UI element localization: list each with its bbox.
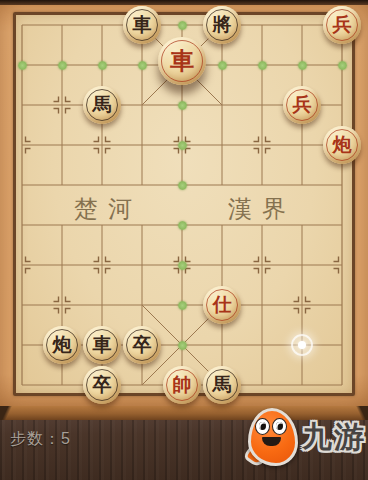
piece-black-cannon[interactable]: 炮 [43,326,81,364]
piece-black-general[interactable]: 將 [203,6,241,44]
piece-black-horse[interactable]: 馬 [83,86,121,124]
move-hint-dot[interactable] [258,61,267,70]
move-hint-dot[interactable] [178,221,187,230]
move-hint-dot[interactable] [178,301,187,310]
river-label-right: 漢界 [202,193,322,225]
move-hint-dot[interactable] [338,61,347,70]
touch-sparkle-effect [291,334,313,356]
move-hint-dot[interactable] [18,61,27,70]
move-hint-dot[interactable] [298,61,307,70]
app-screen: 楚河 漢界 步数：5 九游 車將兵車馬兵炮仕炮車卒卒帥馬 [0,0,368,480]
river-label-left: 楚河 [48,193,168,225]
move-counter-value: 5 [61,430,71,447]
piece-black-horse[interactable]: 馬 [203,366,241,404]
piece-black-chariot[interactable]: 車 [123,6,161,44]
piece-red-chariot[interactable]: 車 [158,37,206,85]
piece-red-general[interactable]: 帥 [163,366,201,404]
move-hint-dot[interactable] [178,21,187,30]
move-counter-separator: ： [44,430,61,447]
piece-black-soldier[interactable]: 卒 [123,326,161,364]
piece-black-soldier[interactable]: 卒 [83,366,121,404]
mascot-eye-right [272,418,287,435]
piece-red-soldier[interactable]: 兵 [283,86,321,124]
move-hint-dot[interactable] [178,101,187,110]
jiuyou-mascot-icon [248,408,298,466]
move-hint-dot[interactable] [98,61,107,70]
piece-red-advisor[interactable]: 仕 [203,286,241,324]
mascot-eye-left [255,418,270,435]
move-hint-dot[interactable] [138,61,147,70]
move-hint-dot[interactable] [178,141,187,150]
mascot-mouth [262,437,281,446]
move-hint-dot[interactable] [58,61,67,70]
move-hint-dot[interactable] [218,61,227,70]
move-hint-dot[interactable] [178,181,187,190]
piece-red-soldier[interactable]: 兵 [323,6,361,44]
move-hint-dot[interactable] [178,261,187,270]
move-counter: 步数：5 [10,429,71,450]
piece-red-cannon[interactable]: 炮 [323,126,361,164]
jiuyou-logo-text: 九游 [302,417,366,458]
piece-black-chariot[interactable]: 車 [83,326,121,364]
move-hint-dot[interactable] [178,341,187,350]
jiuyou-logo[interactable]: 九游 [248,408,366,466]
move-counter-label: 步数 [10,430,44,447]
